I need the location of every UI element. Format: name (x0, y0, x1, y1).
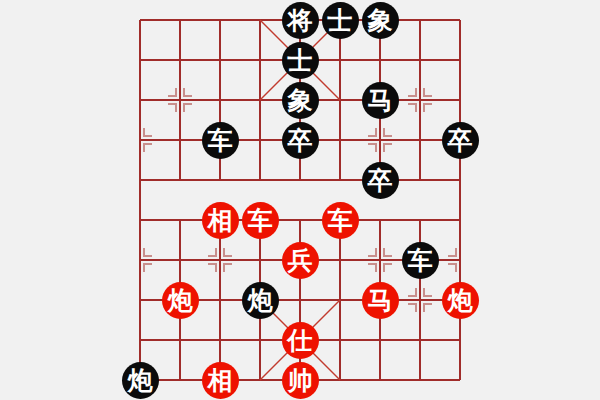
board-grid: 将士象士象马车卒卒卒相车车兵车炮炮马炮仕炮相帅 (120, 0, 480, 400)
piece-glyph: 炮 (248, 288, 273, 313)
board-point-8-5 (320, 320, 360, 360)
board-point-1-4: 士 (280, 40, 320, 80)
board-point-9-6 (360, 360, 400, 400)
board-point-8-0 (120, 320, 160, 360)
piece-glyph: 将 (288, 8, 313, 33)
board-point-9-3 (240, 360, 280, 400)
board-point-9-1 (160, 360, 200, 400)
board-point-8-7 (400, 320, 440, 360)
board-point-2-2 (200, 80, 240, 120)
board-point-9-0: 炮 (120, 360, 160, 400)
board-point-7-1: 炮 (160, 280, 200, 320)
board-point-0-6: 象 (360, 0, 400, 40)
board-point-6-2 (200, 240, 240, 280)
board-point-4-5 (320, 160, 360, 200)
board-point-5-1 (160, 200, 200, 240)
board-point-3-0 (120, 120, 160, 160)
piece-glyph: 士 (328, 8, 353, 33)
piece-black-soldier[interactable]: 卒 (442, 122, 479, 159)
board-point-2-5 (320, 80, 360, 120)
board-point-2-6: 马 (360, 80, 400, 120)
board-point-5-8 (440, 200, 480, 240)
piece-glyph: 卒 (448, 128, 473, 153)
board-point-5-7 (400, 200, 440, 240)
board-point-7-8: 炮 (440, 280, 480, 320)
board-point-3-6 (360, 120, 400, 160)
board-point-6-5 (320, 240, 360, 280)
board-point-0-5: 士 (320, 0, 360, 40)
piece-red-advisor[interactable]: 仕 (282, 322, 319, 359)
board-point-9-2: 相 (200, 360, 240, 400)
piece-red-cannon[interactable]: 炮 (162, 282, 199, 319)
board-point-4-4 (280, 160, 320, 200)
piece-black-chariot[interactable]: 车 (202, 122, 239, 159)
board-point-6-6 (360, 240, 400, 280)
board-point-5-4 (280, 200, 320, 240)
board-point-5-3: 车 (240, 200, 280, 240)
board-point-7-2 (200, 280, 240, 320)
board-point-4-3 (240, 160, 280, 200)
piece-glyph: 卒 (368, 168, 393, 193)
board-point-3-7 (400, 120, 440, 160)
piece-black-soldier[interactable]: 卒 (362, 162, 399, 199)
board-point-2-1 (160, 80, 200, 120)
board-point-7-3: 炮 (240, 280, 280, 320)
board-point-9-8 (440, 360, 480, 400)
board-point-6-1 (160, 240, 200, 280)
board-point-1-6 (360, 40, 400, 80)
board-point-6-0 (120, 240, 160, 280)
board-point-6-8 (440, 240, 480, 280)
board-point-5-0 (120, 200, 160, 240)
board-point-0-2 (200, 0, 240, 40)
board-point-9-4: 帅 (280, 360, 320, 400)
piece-glyph: 车 (328, 208, 353, 233)
board-point-1-5 (320, 40, 360, 80)
board-point-3-3 (240, 120, 280, 160)
board-point-8-8 (440, 320, 480, 360)
board-point-3-8: 卒 (440, 120, 480, 160)
piece-glyph: 车 (208, 128, 233, 153)
board-point-8-2 (200, 320, 240, 360)
piece-glyph: 兵 (288, 248, 313, 273)
piece-glyph: 象 (368, 8, 393, 33)
board-point-7-0 (120, 280, 160, 320)
board-point-5-6 (360, 200, 400, 240)
board-point-7-5 (320, 280, 360, 320)
board-point-0-0 (120, 0, 160, 40)
board-point-9-5 (320, 360, 360, 400)
board-point-7-6: 马 (360, 280, 400, 320)
board-point-6-4: 兵 (280, 240, 320, 280)
piece-glyph: 相 (208, 208, 233, 233)
piece-glyph: 卒 (288, 128, 313, 153)
piece-black-cannon[interactable]: 炮 (122, 362, 159, 399)
board-point-4-0 (120, 160, 160, 200)
xiangqi-board-screenshot: 将士象士象马车卒卒卒相车车兵车炮炮马炮仕炮相帅 (0, 0, 600, 400)
board-point-0-3 (240, 0, 280, 40)
piece-glyph: 仕 (288, 328, 313, 353)
piece-glyph: 士 (288, 48, 313, 73)
piece-red-elephant[interactable]: 相 (202, 362, 239, 399)
board-point-3-5 (320, 120, 360, 160)
piece-black-elephant[interactable]: 象 (362, 2, 399, 39)
board-point-1-3 (240, 40, 280, 80)
piece-black-cannon[interactable]: 炮 (242, 282, 279, 319)
piece-red-elephant[interactable]: 相 (202, 202, 239, 239)
piece-glyph: 帅 (288, 368, 313, 393)
piece-glyph: 炮 (448, 288, 473, 313)
board-point-0-7 (400, 0, 440, 40)
piece-black-chariot[interactable]: 车 (402, 242, 439, 279)
piece-black-soldier[interactable]: 卒 (282, 122, 319, 159)
piece-black-horse[interactable]: 马 (362, 82, 399, 119)
board-point-3-4: 卒 (280, 120, 320, 160)
board-point-1-2 (200, 40, 240, 80)
board-point-1-1 (160, 40, 200, 80)
piece-glyph: 炮 (168, 288, 193, 313)
piece-glyph: 相 (208, 368, 233, 393)
board-point-1-8 (440, 40, 480, 80)
board-point-2-3 (240, 80, 280, 120)
piece-red-soldier[interactable]: 兵 (282, 242, 319, 279)
board-point-4-8 (440, 160, 480, 200)
board-point-0-8 (440, 0, 480, 40)
piece-red-chariot[interactable]: 车 (322, 202, 359, 239)
piece-red-cannon[interactable]: 炮 (442, 282, 479, 319)
board-point-7-4 (280, 280, 320, 320)
board-point-5-5: 车 (320, 200, 360, 240)
board-point-9-7 (400, 360, 440, 400)
board-point-8-3 (240, 320, 280, 360)
piece-black-elephant[interactable]: 象 (282, 82, 319, 119)
board-point-4-7 (400, 160, 440, 200)
board-point-4-2 (200, 160, 240, 200)
piece-glyph: 马 (368, 88, 393, 113)
piece-red-chariot[interactable]: 车 (242, 202, 279, 239)
piece-black-general[interactable]: 将 (282, 2, 319, 39)
piece-red-horse[interactable]: 马 (362, 282, 399, 319)
board-point-7-7 (400, 280, 440, 320)
piece-glyph: 马 (368, 288, 393, 313)
piece-red-general[interactable]: 帅 (282, 362, 319, 399)
board-point-4-1 (160, 160, 200, 200)
board-point-8-6 (360, 320, 400, 360)
board-point-2-0 (120, 80, 160, 120)
piece-glyph: 象 (288, 88, 313, 113)
piece-glyph: 车 (248, 208, 273, 233)
board-point-6-3 (240, 240, 280, 280)
board-point-0-1 (160, 0, 200, 40)
board-point-0-4: 将 (280, 0, 320, 40)
board-point-2-7 (400, 80, 440, 120)
board-point-5-2: 相 (200, 200, 240, 240)
board-point-3-2: 车 (200, 120, 240, 160)
board-point-3-1 (160, 120, 200, 160)
board-point-1-7 (400, 40, 440, 80)
board-point-2-8 (440, 80, 480, 120)
piece-black-advisor[interactable]: 士 (282, 42, 319, 79)
board-point-8-4: 仕 (280, 320, 320, 360)
board-point-4-6: 卒 (360, 160, 400, 200)
board-point-8-1 (160, 320, 200, 360)
board-point-1-0 (120, 40, 160, 80)
piece-black-advisor[interactable]: 士 (322, 2, 359, 39)
board-point-2-4: 象 (280, 80, 320, 120)
piece-glyph: 车 (408, 248, 433, 273)
piece-glyph: 炮 (128, 368, 153, 393)
board-point-6-7: 车 (400, 240, 440, 280)
